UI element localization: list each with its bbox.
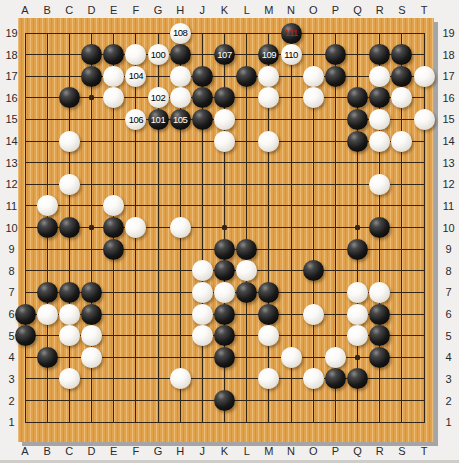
white-stone-r14[interactable] xyxy=(369,131,390,152)
column-label-bottom-a: A xyxy=(21,445,28,457)
black-stone-r5[interactable] xyxy=(369,325,390,346)
column-label-bottom-m: M xyxy=(264,445,273,457)
column-label-bottom-t: T xyxy=(421,445,428,457)
white-stone-o16[interactable] xyxy=(303,87,324,108)
black-stone-o8[interactable] xyxy=(303,260,324,281)
column-label-top-o: O xyxy=(309,4,318,16)
white-stone-f17[interactable]: 104 xyxy=(125,66,146,87)
black-stone-d7[interactable] xyxy=(81,282,102,303)
black-stone-e10[interactable] xyxy=(103,217,124,238)
row-label-right-12: 12 xyxy=(442,178,454,190)
white-stone-q7[interactable] xyxy=(347,282,368,303)
row-label-left-4: 4 xyxy=(8,351,14,363)
black-stone-r18[interactable] xyxy=(369,44,390,65)
black-stone-p18[interactable] xyxy=(325,44,346,65)
row-label-left-6: 6 xyxy=(8,308,14,320)
column-label-top-d: D xyxy=(88,4,96,16)
white-stone-h16[interactable] xyxy=(170,87,191,108)
white-stone-c14[interactable] xyxy=(59,131,80,152)
black-stone-p3[interactable] xyxy=(325,368,346,389)
white-stone-s14[interactable] xyxy=(391,131,412,152)
white-stone-t17[interactable] xyxy=(414,66,435,87)
move-number-100: 100 xyxy=(148,44,169,65)
column-label-top-b: B xyxy=(43,4,50,16)
white-stone-o3[interactable] xyxy=(303,368,324,389)
black-stone-c10[interactable] xyxy=(59,217,80,238)
row-label-left-8: 8 xyxy=(8,265,14,277)
white-stone-f10[interactable] xyxy=(125,217,146,238)
white-stone-o6[interactable] xyxy=(303,304,324,325)
white-stone-b6[interactable] xyxy=(37,304,58,325)
column-label-bottom-b: B xyxy=(43,445,50,457)
column-label-top-n: N xyxy=(287,4,295,16)
row-label-right-8: 8 xyxy=(445,265,451,277)
black-stone-b7[interactable] xyxy=(37,282,58,303)
white-stone-r12[interactable] xyxy=(369,174,390,195)
row-label-left-3: 3 xyxy=(8,373,14,385)
row-label-right-14: 14 xyxy=(442,135,454,147)
white-stone-r15[interactable] xyxy=(369,109,390,130)
row-label-left-13: 13 xyxy=(5,157,17,169)
row-label-left-19: 19 xyxy=(5,27,17,39)
black-stone-p17[interactable] xyxy=(325,66,346,87)
white-stone-h17[interactable] xyxy=(170,66,191,87)
column-label-top-a: A xyxy=(21,4,28,16)
black-stone-g15[interactable]: 101 xyxy=(148,109,169,130)
black-stone-s18[interactable] xyxy=(391,44,412,65)
column-label-bottom-j: J xyxy=(200,445,206,457)
white-stone-e11[interactable] xyxy=(103,195,124,216)
move-number-106: 106 xyxy=(125,109,146,130)
white-stone-m5[interactable] xyxy=(258,325,279,346)
white-stone-k15[interactable] xyxy=(214,109,235,130)
white-stone-c12[interactable] xyxy=(59,174,80,195)
black-stone-j17[interactable] xyxy=(192,66,213,87)
row-label-left-18: 18 xyxy=(5,49,17,61)
row-label-left-9: 9 xyxy=(8,243,14,255)
black-stone-r4[interactable] xyxy=(369,347,390,368)
row-label-right-4: 4 xyxy=(445,351,451,363)
row-label-left-15: 15 xyxy=(5,113,17,125)
black-stone-r6[interactable] xyxy=(369,304,390,325)
column-label-top-t: T xyxy=(421,4,428,16)
row-label-right-1: 1 xyxy=(445,416,451,428)
column-label-top-p: P xyxy=(332,4,339,16)
black-stone-d6[interactable] xyxy=(81,304,102,325)
black-stone-s17[interactable] xyxy=(391,66,412,87)
black-stone-c7[interactable] xyxy=(59,282,80,303)
black-stone-k16[interactable] xyxy=(214,87,235,108)
row-label-right-7: 7 xyxy=(445,286,451,298)
black-stone-q16[interactable] xyxy=(347,87,368,108)
column-label-top-j: J xyxy=(200,4,206,16)
row-label-left-1: 1 xyxy=(8,416,14,428)
black-stone-l17[interactable] xyxy=(236,66,257,87)
black-stone-q14[interactable] xyxy=(347,131,368,152)
move-number-108: 108 xyxy=(170,23,191,44)
row-label-left-2: 2 xyxy=(8,395,14,407)
black-stone-d18[interactable] xyxy=(81,44,102,65)
white-stone-h19[interactable]: 108 xyxy=(170,23,191,44)
move-number-102: 102 xyxy=(148,87,169,108)
black-stone-k4[interactable] xyxy=(214,347,235,368)
black-stone-r10[interactable] xyxy=(369,217,390,238)
white-stone-f18[interactable] xyxy=(125,44,146,65)
white-stone-k14[interactable] xyxy=(214,131,235,152)
black-stone-k6[interactable] xyxy=(214,304,235,325)
black-stone-a5[interactable] xyxy=(15,325,36,346)
white-stone-t15[interactable] xyxy=(414,109,435,130)
move-number-101: 101 xyxy=(148,109,169,130)
white-stone-o17[interactable] xyxy=(303,66,324,87)
row-label-right-9: 9 xyxy=(445,243,451,255)
column-label-bottom-n: N xyxy=(287,445,295,457)
column-label-top-s: S xyxy=(398,4,405,16)
row-label-right-2: 2 xyxy=(445,395,451,407)
row-label-right-16: 16 xyxy=(442,92,454,104)
row-label-left-7: 7 xyxy=(8,286,14,298)
row-label-right-13: 13 xyxy=(442,157,454,169)
move-number-110: 110 xyxy=(281,44,302,65)
move-number-111: 111 xyxy=(281,23,302,44)
white-stone-s16[interactable] xyxy=(391,87,412,108)
row-label-left-14: 14 xyxy=(5,135,17,147)
white-stone-b11[interactable] xyxy=(37,195,58,216)
white-stone-c5[interactable] xyxy=(59,325,80,346)
white-stone-g16[interactable]: 102 xyxy=(148,87,169,108)
column-label-top-c: C xyxy=(65,4,73,16)
row-label-right-17: 17 xyxy=(442,70,454,82)
black-stone-r16[interactable] xyxy=(369,87,390,108)
black-stone-q9[interactable] xyxy=(347,239,368,260)
white-stone-e17[interactable] xyxy=(103,66,124,87)
column-label-bottom-p: P xyxy=(332,445,339,457)
row-label-right-10: 10 xyxy=(442,222,454,234)
black-stone-j15[interactable] xyxy=(192,109,213,130)
black-stone-m6[interactable] xyxy=(258,304,279,325)
black-stone-b4[interactable] xyxy=(37,347,58,368)
white-stone-p4[interactable] xyxy=(325,347,346,368)
white-stone-j6[interactable] xyxy=(192,304,213,325)
row-label-left-11: 11 xyxy=(6,200,17,212)
column-label-bottom-s: S xyxy=(398,445,405,457)
white-stone-f15[interactable]: 106 xyxy=(125,109,146,130)
white-stone-g18[interactable]: 100 xyxy=(148,44,169,65)
go-game-diagram: 108111100107109110104102106101105 AABBCC… xyxy=(0,0,459,463)
column-label-bottom-q: Q xyxy=(353,445,362,457)
column-label-bottom-k: K xyxy=(221,445,228,457)
stones-layer: 108111100107109110104102106101105 xyxy=(18,18,434,442)
black-stone-h15[interactable]: 105 xyxy=(170,109,191,130)
white-stone-r7[interactable] xyxy=(369,282,390,303)
column-label-bottom-f: F xyxy=(132,445,139,457)
column-label-top-m: M xyxy=(264,4,273,16)
white-stone-n18[interactable]: 110 xyxy=(281,44,302,65)
black-stone-n19[interactable]: 111 xyxy=(281,23,302,44)
row-label-right-18: 18 xyxy=(442,49,454,61)
column-label-top-l: L xyxy=(244,4,250,16)
row-label-right-5: 5 xyxy=(445,330,451,342)
white-stone-m17[interactable] xyxy=(258,66,279,87)
white-stone-n4[interactable] xyxy=(281,347,302,368)
row-label-left-10: 10 xyxy=(5,222,17,234)
move-number-104: 104 xyxy=(125,66,146,87)
row-label-right-15: 15 xyxy=(442,113,454,125)
black-stone-q15[interactable] xyxy=(347,109,368,130)
column-label-bottom-c: C xyxy=(65,445,73,457)
go-board[interactable]: 108111100107109110104102106101105 xyxy=(18,18,434,442)
white-stone-l8[interactable] xyxy=(236,260,257,281)
move-number-105: 105 xyxy=(170,109,191,130)
white-stone-r17[interactable] xyxy=(369,66,390,87)
black-stone-m7[interactable] xyxy=(258,282,279,303)
white-stone-m16[interactable] xyxy=(258,87,279,108)
row-label-left-17: 17 xyxy=(5,70,17,82)
column-label-top-e: E xyxy=(110,4,117,16)
white-stone-c3[interactable] xyxy=(59,368,80,389)
black-stone-b10[interactable] xyxy=(37,217,58,238)
white-stone-c6[interactable] xyxy=(59,304,80,325)
column-label-bottom-o: O xyxy=(309,445,318,457)
white-stone-h3[interactable] xyxy=(170,368,191,389)
white-stone-q6[interactable] xyxy=(347,304,368,325)
row-label-right-3: 3 xyxy=(445,373,451,385)
row-label-left-12: 12 xyxy=(5,178,17,190)
move-number-109: 109 xyxy=(258,44,279,65)
column-label-top-k: K xyxy=(221,4,228,16)
white-stone-j7[interactable] xyxy=(192,282,213,303)
column-label-bottom-r: R xyxy=(376,445,384,457)
white-stone-j8[interactable] xyxy=(192,260,213,281)
black-stone-k8[interactable] xyxy=(214,260,235,281)
column-label-bottom-h: H xyxy=(176,445,184,457)
row-label-right-19: 19 xyxy=(442,27,454,39)
black-stone-m18[interactable]: 109 xyxy=(258,44,279,65)
black-stone-k9[interactable] xyxy=(214,239,235,260)
column-label-top-r: R xyxy=(376,4,384,16)
column-label-bottom-d: D xyxy=(88,445,96,457)
column-label-bottom-l: L xyxy=(244,445,250,457)
white-stone-m3[interactable] xyxy=(258,368,279,389)
black-stone-l7[interactable] xyxy=(236,282,257,303)
row-label-left-5: 5 xyxy=(8,330,14,342)
column-label-top-h: H xyxy=(176,4,184,16)
column-label-top-q: Q xyxy=(353,4,362,16)
black-stone-e18[interactable] xyxy=(103,44,124,65)
white-stone-j5[interactable] xyxy=(192,325,213,346)
black-stone-e9[interactable] xyxy=(103,239,124,260)
row-label-right-11: 11 xyxy=(443,200,454,212)
black-stone-h18[interactable] xyxy=(170,44,191,65)
white-stone-m14[interactable] xyxy=(258,131,279,152)
white-stone-e16[interactable] xyxy=(103,87,124,108)
white-stone-q5[interactable] xyxy=(347,325,368,346)
black-stone-c16[interactable] xyxy=(59,87,80,108)
white-stone-k7[interactable] xyxy=(214,282,235,303)
white-stone-d4[interactable] xyxy=(81,347,102,368)
black-stone-d17[interactable] xyxy=(81,66,102,87)
white-stone-d5[interactable] xyxy=(81,325,102,346)
black-stone-q3[interactable] xyxy=(347,368,368,389)
column-label-bottom-e: E xyxy=(110,445,117,457)
black-stone-j16[interactable] xyxy=(192,87,213,108)
column-label-top-g: G xyxy=(154,4,163,16)
black-stone-k5[interactable] xyxy=(214,325,235,346)
move-number-107: 107 xyxy=(214,44,235,65)
black-stone-a6[interactable] xyxy=(15,304,36,325)
black-stone-l9[interactable] xyxy=(236,239,257,260)
white-stone-h10[interactable] xyxy=(170,217,191,238)
column-label-top-f: F xyxy=(132,4,139,16)
black-stone-k2[interactable] xyxy=(214,390,235,411)
column-label-bottom-g: G xyxy=(154,445,163,457)
row-label-left-16: 16 xyxy=(5,92,17,104)
row-label-right-6: 6 xyxy=(445,308,451,320)
black-stone-k18[interactable]: 107 xyxy=(214,44,235,65)
